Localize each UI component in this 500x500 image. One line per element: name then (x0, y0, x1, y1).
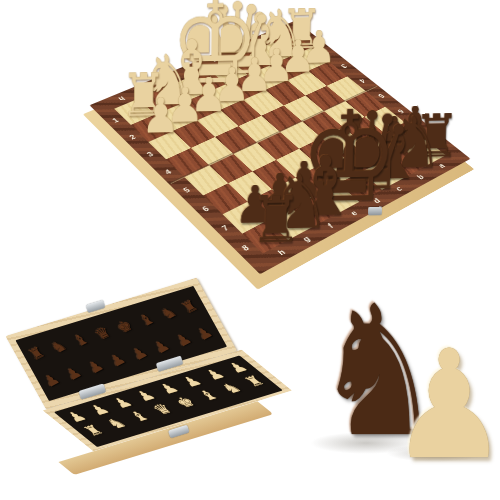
stored-dark-king: ♚ (114, 318, 135, 336)
stored-dark-pawn: ♟ (85, 358, 106, 376)
stored-dark-queen: ♛ (92, 325, 113, 343)
storage-box: ♜♞♝♛♚♝♞♜ ♟♟♟♟♟♟♟♟ ♟♟♟♟♟♟♟♟ ♜♞♝♛♚♝♞♜ (0, 286, 290, 500)
board-scene: hgfedcba hgfedcba 12345678 12345678 ♜♞♝♚… (90, 21, 471, 275)
square-f4 (215, 126, 257, 154)
stored-dark-rook: ♜ (27, 345, 48, 363)
chess-board: hgfedcba hgfedcba 12345678 12345678 ♜♞♝♚… (90, 21, 471, 275)
stored-dark-pawn: ♟ (173, 331, 194, 349)
board-clasp-icon (368, 206, 382, 215)
stored-dark-bishop: ♝ (136, 311, 157, 329)
stored-light-rook: ♜ (80, 423, 107, 438)
stored-dark-knight: ♞ (158, 305, 179, 323)
stored-dark-pawn: ♟ (129, 345, 150, 363)
stored-dark-pawn: ♟ (151, 338, 172, 356)
black-rook: ♜ (250, 194, 302, 246)
stored-dark-pawn: ♟ (195, 325, 216, 343)
storage-box-group: ♜♞♝♛♚♝♞♜ ♟♟♟♟♟♟♟♟ ♟♟♟♟♟♟♟♟ ♜♞♝♛♚♝♞♜ (0, 248, 315, 500)
stored-light-bishop: ♝ (126, 409, 153, 424)
product-photo: hgfedcba hgfedcba 12345678 12345678 ♜♞♝♚… (0, 0, 500, 500)
board-grid: ♜♞♝♚♛♝♞♜♟♟♟♟♟♟♟♟♟♟♟♟♟♟♟♟♜♞♝♚♛♝♞♜ (114, 34, 446, 254)
stored-light-knight: ♞ (103, 416, 130, 431)
stored-dark-pawn: ♟ (41, 372, 62, 390)
stored-light-rook: ♜ (242, 374, 269, 389)
white-pawn: ♟ (141, 97, 179, 137)
stored-dark-knight: ♞ (49, 338, 70, 356)
stored-light-bishop: ♝ (196, 388, 223, 403)
stored-dark-bishop: ♝ (70, 331, 91, 349)
stored-light-knight: ♞ (219, 381, 246, 396)
stored-dark-pawn: ♟ (63, 365, 84, 383)
light-pawn-closeup: ♟ (390, 330, 500, 480)
stored-light-queen: ♛ (149, 402, 176, 417)
stored-light-king: ♚ (173, 395, 200, 410)
stored-dark-rook: ♜ (180, 298, 201, 316)
stored-dark-pawn: ♟ (107, 352, 128, 370)
